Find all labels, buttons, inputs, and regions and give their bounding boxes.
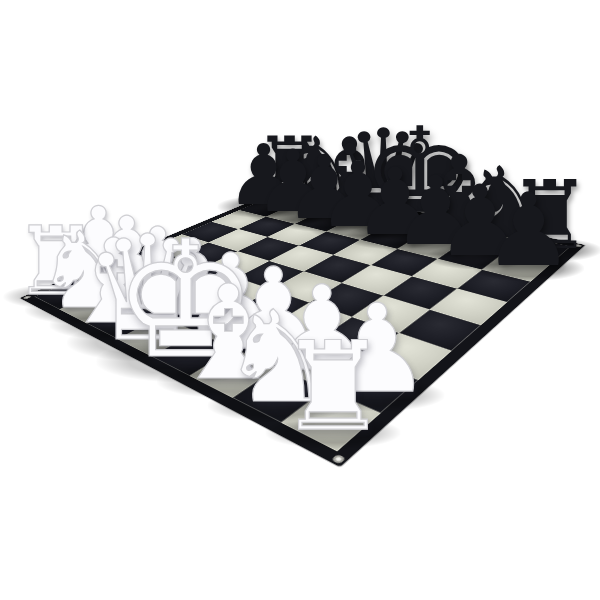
pieces-layer: ♜♞♝♛♚♝♞♜♟♟♟♟♟♟♟♟♟♟♟♟♟♟♟♟♜♞♝♛♚♝♞♜ bbox=[0, 0, 600, 600]
piece-white-rook-h1[interactable]: ♜ bbox=[278, 325, 388, 448]
product-photo-stage: ♜♞♝♛♚♝♞♜♟♟♟♟♟♟♟♟♟♟♟♟♟♟♟♟♜♞♝♛♚♝♞♜ bbox=[0, 0, 600, 600]
piece-black-pawn-h7[interactable]: ♟ bbox=[483, 180, 574, 281]
